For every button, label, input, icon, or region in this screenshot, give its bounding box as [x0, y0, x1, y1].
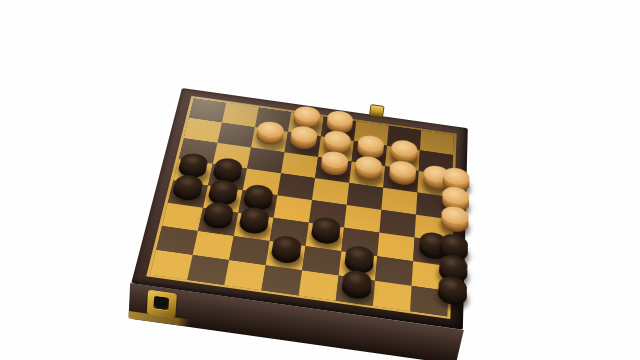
square-r3c6[interactable]: [349, 162, 385, 188]
light-piece-r1c4[interactable]: [293, 105, 321, 124]
board-box: [131, 88, 468, 330]
square-r8c7[interactable]: [373, 281, 412, 312]
latch-keyhole: [153, 296, 169, 310]
square-r5c6[interactable]: [344, 205, 381, 233]
checkers-grid: [150, 98, 454, 316]
dark-piece-r5c3[interactable]: [244, 183, 274, 204]
square-r4c7[interactable]: [381, 188, 417, 215]
board-surface: [146, 96, 456, 319]
square-r7c3[interactable]: [229, 236, 270, 265]
square-r8c1[interactable]: [150, 250, 193, 280]
light-piece-r1c5[interactable]: [326, 110, 353, 129]
square-r3c5[interactable]: [315, 157, 352, 183]
rim-light-piece-1[interactable]: [443, 166, 470, 186]
square-r2c2[interactable]: [217, 122, 254, 147]
dark-piece-r6c3[interactable]: [239, 206, 270, 228]
square-r8c3[interactable]: [224, 260, 265, 290]
dark-piece-r5c2[interactable]: [209, 178, 240, 199]
brass-hinge: [369, 104, 385, 118]
square-r8c2[interactable]: [187, 255, 229, 285]
square-r6c7[interactable]: [377, 233, 414, 262]
square-r8c6[interactable]: [336, 276, 375, 306]
square-r5c4[interactable]: [274, 195, 312, 223]
square-r8c4[interactable]: [261, 265, 302, 295]
square-r6c5[interactable]: [306, 223, 345, 251]
square-r4c4[interactable]: [277, 173, 315, 200]
square-r4c6[interactable]: [347, 183, 384, 210]
square-r8c5[interactable]: [299, 270, 339, 300]
photo-scene: checkers: [0, 0, 640, 360]
